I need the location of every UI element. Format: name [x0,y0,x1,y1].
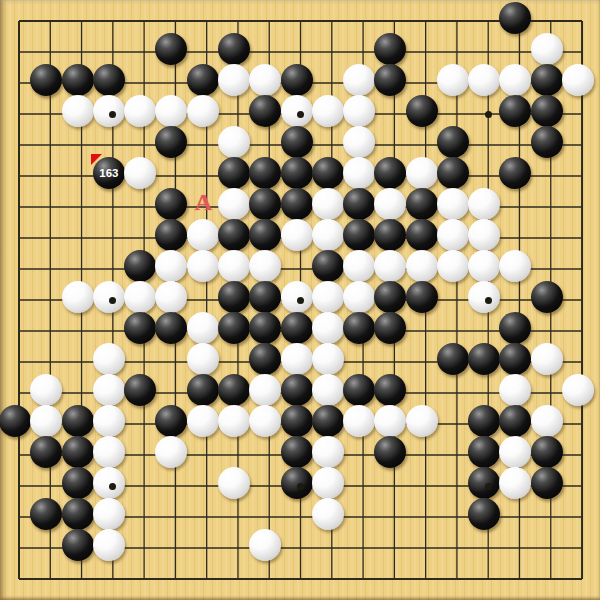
white-stone: ○ [406,157,438,189]
black-stone: ● [281,374,313,406]
white-stone: ○ [437,188,469,220]
white-stone: ○ [343,405,375,437]
black-stone: ● [312,405,344,437]
black-stone: ● [468,467,500,499]
star-point [109,111,116,118]
white-stone: ○ [281,281,313,313]
star-point [297,297,304,304]
white-stone: ○ [531,33,563,65]
white-stone: ○ [468,250,500,282]
black-stone: ● [281,157,313,189]
white-stone: ○ [218,126,250,158]
white-stone: ○ [93,498,125,530]
black-stone: ● [62,64,94,96]
white-stone: ○ [187,343,219,375]
black-stone: ● [437,157,469,189]
star-point [485,297,492,304]
white-stone: ○ [187,219,219,251]
white-stone: ○ [468,64,500,96]
black-stone: ● [218,374,250,406]
black-stone: ● [312,250,344,282]
black-stone: ● [218,219,250,251]
black-stone: ● [437,343,469,375]
black-stone: ● [249,312,281,344]
black-stone: ● [281,436,313,468]
black-stone: ● [343,312,375,344]
black-stone: ● [218,312,250,344]
black-stone: ● [249,219,281,251]
black-stone: ● [281,312,313,344]
black-stone: ● [531,95,563,127]
black-stone: ● [343,219,375,251]
black-stone: ● [406,219,438,251]
white-stone: ○ [468,281,500,313]
black-stone: ● [124,312,156,344]
black-stone: ● [468,436,500,468]
black-stone: ● [187,64,219,96]
black-stone: ● [0,405,31,437]
black-stone: ● [62,467,94,499]
white-stone: ○ [93,529,125,561]
white-stone: ○ [437,219,469,251]
white-stone: ○ [406,405,438,437]
black-stone: ● [531,281,563,313]
black-stone: ● [93,64,125,96]
white-stone: ○ [93,374,125,406]
black-stone: ● [531,64,563,96]
white-stone: ○ [218,467,250,499]
white-stone: ○ [312,219,344,251]
black-stone: ● [468,498,500,530]
black-stone: ● [124,374,156,406]
black-stone: ● [531,467,563,499]
white-stone: ○ [437,64,469,96]
white-stone: ○ [93,343,125,375]
star-point [109,297,116,304]
black-stone: ● [281,188,313,220]
black-stone: ● [218,281,250,313]
white-stone: ○ [281,95,313,127]
white-stone: ○ [468,188,500,220]
black-stone: ● [406,188,438,220]
white-stone: ○ [468,219,500,251]
white-stone: ○ [312,467,344,499]
white-stone: ○ [343,126,375,158]
black-stone: ● [468,343,500,375]
black-stone: ● [406,281,438,313]
white-stone: ○ [93,405,125,437]
black-stone: ● [281,467,313,499]
white-stone: ○ [281,219,313,251]
black-stone: ● [62,405,94,437]
white-stone: ○ [218,188,250,220]
black-stone: ● [62,498,94,530]
annotation-label-A: A [195,189,212,216]
black-stone: ● [124,250,156,282]
black-stone: ● [249,95,281,127]
black-stone: ● [249,188,281,220]
black-stone: ● [343,188,375,220]
black-stone: ● [218,33,250,65]
black-stone: ● [343,374,375,406]
white-stone: ○ [343,281,375,313]
white-stone: ○ [218,405,250,437]
white-stone: ○ [343,64,375,96]
white-stone: ○ [312,374,344,406]
white-stone: ○ [218,64,250,96]
white-stone: ○ [187,250,219,282]
star-point [109,483,116,490]
white-stone: ○ [312,95,344,127]
last-move-triangle-marker [91,154,102,165]
white-stone: ○ [406,250,438,282]
white-stone: ○ [62,95,94,127]
white-stone: ○ [343,95,375,127]
black-stone: ● [468,405,500,437]
white-stone: ○ [187,95,219,127]
white-stone: ○ [249,250,281,282]
black-stone: ● [249,343,281,375]
white-stone: ○ [281,343,313,375]
black-stone: ● [249,157,281,189]
white-stone: ○ [531,405,563,437]
white-stone: ○ [343,157,375,189]
white-stone: ○ [187,405,219,437]
white-stone: ○ [62,281,94,313]
go-board[interactable]: ●●●●○●●●●○○●○●○○○●○○○○○○●○○○●●●●○●○●●●16… [0,0,600,600]
white-stone: ○ [249,64,281,96]
white-stone: ○ [93,467,125,499]
white-stone: ○ [312,188,344,220]
white-stone: ○ [218,250,250,282]
white-stone: ○ [249,529,281,561]
white-stone: ○ [437,250,469,282]
black-stone: ● [187,374,219,406]
white-stone: ○ [187,312,219,344]
black-stone: ● [62,529,94,561]
black-stone: ● [312,157,344,189]
black-stone: ● [281,64,313,96]
white-stone: ○ [312,343,344,375]
black-stone: ● [531,436,563,468]
black-stone: ● [406,95,438,127]
white-stone: ○ [93,281,125,313]
black-stone: ● [531,126,563,158]
black-stone: ● [281,405,313,437]
white-stone: ○ [124,157,156,189]
star-point [297,111,304,118]
last-move-number: 163 [99,167,118,179]
white-stone: ○ [93,436,125,468]
black-stone: ● [437,126,469,158]
white-stone: ○ [249,374,281,406]
star-point [297,483,304,490]
black-stone: ● [62,436,94,468]
black-stone: ● [218,157,250,189]
white-stone: ○ [562,64,594,96]
white-stone: ○ [312,281,344,313]
white-stone: ○ [124,281,156,313]
white-stone: ○ [312,436,344,468]
white-stone: ○ [343,250,375,282]
white-stone: ○ [124,95,156,127]
white-stone: ○ [562,374,594,406]
star-point [485,483,492,490]
white-stone: ○ [312,312,344,344]
white-stone: ○ [93,95,125,127]
white-stone: ○ [249,405,281,437]
star-point [485,111,492,118]
white-stone: ○ [531,343,563,375]
black-stone: ● [249,281,281,313]
white-stone: ○ [312,498,344,530]
black-stone: ● [281,126,313,158]
